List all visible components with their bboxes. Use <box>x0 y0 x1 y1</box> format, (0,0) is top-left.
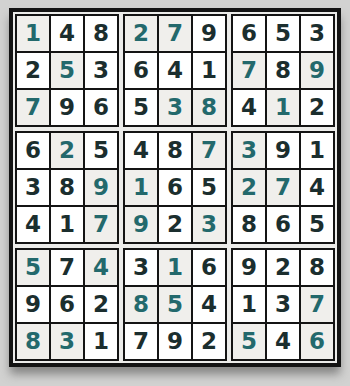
cell-r2c5[interactable]: 4 <box>159 53 191 88</box>
cell-r3c9[interactable]: 2 <box>301 90 333 125</box>
cell-r8c4[interactable]: 8 <box>125 287 157 322</box>
cell-r7c7[interactable]: 9 <box>233 250 265 285</box>
cell-r3c5[interactable]: 3 <box>159 90 191 125</box>
sudoku-box-4: 625389417 <box>13 129 121 246</box>
cell-r6c1[interactable]: 4 <box>17 207 49 242</box>
cell-r7c9[interactable]: 8 <box>301 250 333 285</box>
cell-r9c7[interactable]: 5 <box>233 324 265 359</box>
cell-r4c7[interactable]: 3 <box>233 133 265 168</box>
cell-r8c7[interactable]: 1 <box>233 287 265 322</box>
cell-r2c1[interactable]: 2 <box>17 53 49 88</box>
cell-r8c9[interactable]: 7 <box>301 287 333 322</box>
cell-r4c6[interactable]: 7 <box>193 133 225 168</box>
cell-r5c8[interactable]: 7 <box>267 170 299 205</box>
cell-r7c3[interactable]: 4 <box>85 250 117 285</box>
cell-r9c3[interactable]: 1 <box>85 324 117 359</box>
sudoku-box-7: 574962831 <box>13 246 121 363</box>
cell-r9c6[interactable]: 2 <box>193 324 225 359</box>
cell-r6c4[interactable]: 9 <box>125 207 157 242</box>
cell-r5c3[interactable]: 9 <box>85 170 117 205</box>
cell-r3c3[interactable]: 6 <box>85 90 117 125</box>
cell-r4c2[interactable]: 2 <box>51 133 83 168</box>
cell-r3c8[interactable]: 1 <box>267 90 299 125</box>
cell-r7c1[interactable]: 5 <box>17 250 49 285</box>
cell-r8c8[interactable]: 3 <box>267 287 299 322</box>
cell-r6c6[interactable]: 3 <box>193 207 225 242</box>
cell-r2c7[interactable]: 7 <box>233 53 265 88</box>
sudoku-box-9: 928137546 <box>229 246 337 363</box>
cell-r1c8[interactable]: 5 <box>267 16 299 51</box>
cell-r6c7[interactable]: 8 <box>233 207 265 242</box>
cell-r1c4[interactable]: 2 <box>125 16 157 51</box>
cell-r7c2[interactable]: 7 <box>51 250 83 285</box>
cell-r9c2[interactable]: 3 <box>51 324 83 359</box>
cell-r1c5[interactable]: 7 <box>159 16 191 51</box>
cell-r2c3[interactable]: 3 <box>85 53 117 88</box>
cell-r3c1[interactable]: 7 <box>17 90 49 125</box>
cell-r3c7[interactable]: 4 <box>233 90 265 125</box>
cell-r3c4[interactable]: 5 <box>125 90 157 125</box>
cell-r9c5[interactable]: 9 <box>159 324 191 359</box>
cell-r7c4[interactable]: 3 <box>125 250 157 285</box>
sudoku-box-3: 653789412 <box>229 12 337 129</box>
cell-r6c8[interactable]: 6 <box>267 207 299 242</box>
cell-r3c2[interactable]: 9 <box>51 90 83 125</box>
sudoku-box-5: 487165923 <box>121 129 229 246</box>
cell-r8c3[interactable]: 2 <box>85 287 117 322</box>
sudoku-box-8: 316854792 <box>121 246 229 363</box>
cell-r8c1[interactable]: 9 <box>17 287 49 322</box>
cell-r6c3[interactable]: 7 <box>85 207 117 242</box>
cell-r1c3[interactable]: 8 <box>85 16 117 51</box>
cell-r2c8[interactable]: 8 <box>267 53 299 88</box>
cell-r7c5[interactable]: 1 <box>159 250 191 285</box>
cell-r4c4[interactable]: 4 <box>125 133 157 168</box>
cell-r6c5[interactable]: 2 <box>159 207 191 242</box>
sudoku-board: 1482537962796415386537894126253894174871… <box>9 8 341 367</box>
cell-r9c4[interactable]: 7 <box>125 324 157 359</box>
cell-r2c6[interactable]: 1 <box>193 53 225 88</box>
cell-r8c5[interactable]: 5 <box>159 287 191 322</box>
cell-r1c1[interactable]: 1 <box>17 16 49 51</box>
cell-r1c6[interactable]: 9 <box>193 16 225 51</box>
cell-r6c2[interactable]: 1 <box>51 207 83 242</box>
sudoku-box-1: 148253796 <box>13 12 121 129</box>
sudoku-box-2: 279641538 <box>121 12 229 129</box>
cell-r2c9[interactable]: 9 <box>301 53 333 88</box>
cell-r6c9[interactable]: 5 <box>301 207 333 242</box>
cell-r3c6[interactable]: 8 <box>193 90 225 125</box>
cell-r5c7[interactable]: 2 <box>233 170 265 205</box>
cell-r4c9[interactable]: 1 <box>301 133 333 168</box>
cell-r5c9[interactable]: 4 <box>301 170 333 205</box>
cell-r4c5[interactable]: 8 <box>159 133 191 168</box>
cell-r9c1[interactable]: 8 <box>17 324 49 359</box>
cell-r2c2[interactable]: 5 <box>51 53 83 88</box>
cell-r2c4[interactable]: 6 <box>125 53 157 88</box>
cell-r5c5[interactable]: 6 <box>159 170 191 205</box>
cell-r1c9[interactable]: 3 <box>301 16 333 51</box>
cell-r7c8[interactable]: 2 <box>267 250 299 285</box>
cell-r7c6[interactable]: 6 <box>193 250 225 285</box>
cell-r5c4[interactable]: 1 <box>125 170 157 205</box>
cell-r8c6[interactable]: 4 <box>193 287 225 322</box>
cell-r8c2[interactable]: 6 <box>51 287 83 322</box>
cell-r5c1[interactable]: 3 <box>17 170 49 205</box>
cell-r4c8[interactable]: 9 <box>267 133 299 168</box>
cell-r4c1[interactable]: 6 <box>17 133 49 168</box>
cell-r9c8[interactable]: 4 <box>267 324 299 359</box>
cell-r9c9[interactable]: 6 <box>301 324 333 359</box>
cell-r1c7[interactable]: 6 <box>233 16 265 51</box>
cell-r5c6[interactable]: 5 <box>193 170 225 205</box>
sudoku-box-6: 391274865 <box>229 129 337 246</box>
cell-r5c2[interactable]: 8 <box>51 170 83 205</box>
cell-r4c3[interactable]: 5 <box>85 133 117 168</box>
cell-r1c2[interactable]: 4 <box>51 16 83 51</box>
